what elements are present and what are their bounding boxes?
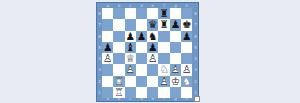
square-g6[interactable] xyxy=(170,31,181,42)
white-pawn[interactable]: ♟♙ xyxy=(102,53,113,64)
white-pawn[interactable]: ♟♙ xyxy=(147,53,158,64)
white-king[interactable]: ♚♔ xyxy=(170,76,181,87)
square-g1[interactable] xyxy=(170,87,181,98)
square-c1[interactable] xyxy=(125,87,136,98)
square-f5[interactable] xyxy=(158,42,169,53)
square-b8[interactable] xyxy=(113,8,124,19)
square-e3[interactable] xyxy=(147,64,158,75)
square-c2[interactable] xyxy=(125,76,136,87)
chess-board: abcdefgh abcdefgh 87654321 87654321 ♜♛♜♟… xyxy=(96,2,199,102)
square-b6[interactable] xyxy=(113,31,124,42)
square-d3[interactable] xyxy=(136,64,147,75)
white-rook[interactable]: ♜♖ xyxy=(113,87,124,98)
white-knight[interactable]: ♞♘ xyxy=(181,76,192,87)
square-a1[interactable] xyxy=(102,87,113,98)
square-h7[interactable]: ♚ xyxy=(181,19,192,30)
square-f2[interactable]: ♟♙ xyxy=(158,76,169,87)
square-d5[interactable] xyxy=(136,42,147,53)
square-a3[interactable] xyxy=(102,64,113,75)
white-pawn-outline: ♙ xyxy=(158,76,169,87)
black-rook[interactable]: ♜ xyxy=(158,19,169,30)
square-d7[interactable] xyxy=(136,19,147,30)
board-grid: ♜♛♜♟♚♟♟♞♟♟♝♟♟♙♛♕♟♙♟♙♞♘♟♙♟♙♜♖♟♙♚♔♞♘♜♖ xyxy=(102,8,192,98)
rank-label-7: 7 xyxy=(193,19,198,30)
rank-label-5: 5 xyxy=(193,42,198,53)
white-rook-outline: ♖ xyxy=(113,87,124,98)
square-g5[interactable] xyxy=(170,42,181,53)
black-king[interactable]: ♚ xyxy=(181,19,192,30)
square-e1[interactable] xyxy=(147,87,158,98)
square-d1[interactable] xyxy=(136,87,147,98)
square-d4[interactable] xyxy=(136,53,147,64)
square-h1[interactable] xyxy=(181,87,192,98)
square-e4[interactable]: ♟♙ xyxy=(147,53,158,64)
square-c3[interactable]: ♟♙ xyxy=(125,64,136,75)
square-a4[interactable]: ♟♙ xyxy=(102,53,113,64)
rank-label-4: 4 xyxy=(193,53,198,64)
black-pawn[interactable]: ♟ xyxy=(136,31,147,42)
square-b7[interactable] xyxy=(113,19,124,30)
side-to-move-indicator xyxy=(194,96,200,102)
square-f7[interactable]: ♜ xyxy=(158,19,169,30)
page-background: abcdefgh abcdefgh 87654321 87654321 ♜♛♜♟… xyxy=(0,0,300,103)
square-g2[interactable]: ♚♔ xyxy=(170,76,181,87)
rank-label-2: 2 xyxy=(193,76,198,87)
black-pawn[interactable]: ♟ xyxy=(170,19,181,30)
black-queen[interactable]: ♛ xyxy=(147,19,158,30)
square-f6[interactable] xyxy=(158,31,169,42)
white-pawn-outline: ♙ xyxy=(147,53,158,64)
square-e2[interactable] xyxy=(147,76,158,87)
black-pawn[interactable]: ♟ xyxy=(181,31,192,42)
white-pawn[interactable]: ♟♙ xyxy=(125,64,136,75)
square-h5[interactable] xyxy=(181,42,192,53)
square-b5[interactable] xyxy=(113,42,124,53)
square-h2[interactable]: ♞♘ xyxy=(181,76,192,87)
white-pawn[interactable]: ♟♙ xyxy=(158,76,169,87)
rank-labels-right: 87654321 xyxy=(193,8,198,98)
square-b1[interactable]: ♜♖ xyxy=(113,87,124,98)
white-knight-outline: ♘ xyxy=(181,76,192,87)
square-c8[interactable] xyxy=(125,8,136,19)
rank-label-6: 6 xyxy=(193,31,198,42)
rank-label-8: 8 xyxy=(193,8,198,19)
square-b4[interactable] xyxy=(113,53,124,64)
white-king-outline: ♔ xyxy=(170,76,181,87)
square-a8[interactable] xyxy=(102,8,113,19)
square-c7[interactable] xyxy=(125,19,136,30)
square-f1[interactable] xyxy=(158,87,169,98)
square-e7[interactable]: ♛ xyxy=(147,19,158,30)
square-g7[interactable]: ♟ xyxy=(170,19,181,30)
square-a7[interactable] xyxy=(102,19,113,30)
rank-label-3: 3 xyxy=(193,64,198,75)
white-pawn-outline: ♙ xyxy=(102,53,113,64)
white-pawn-outline: ♙ xyxy=(125,64,136,75)
square-d2[interactable] xyxy=(136,76,147,87)
square-d6[interactable]: ♟ xyxy=(136,31,147,42)
square-a2[interactable] xyxy=(102,76,113,87)
square-d8[interactable] xyxy=(136,8,147,19)
square-h6[interactable]: ♟ xyxy=(181,31,192,42)
